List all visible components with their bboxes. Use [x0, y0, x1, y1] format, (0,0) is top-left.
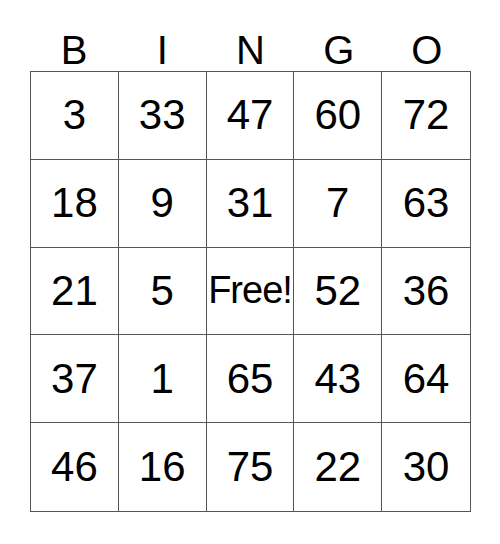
cell-r3c5[interactable]: 36 — [382, 248, 470, 336]
cell-r2c5[interactable]: 63 — [382, 160, 470, 248]
bingo-card: B I N G O 3 33 47 60 72 18 9 31 7 63 21 … — [0, 0, 500, 544]
header-letter-i: I — [118, 0, 206, 71]
cell-r5c3[interactable]: 75 — [207, 423, 295, 511]
bingo-header: B I N G O — [30, 0, 471, 71]
header-letter-n: N — [206, 0, 294, 71]
cell-r4c2[interactable]: 1 — [119, 335, 207, 423]
free-cell[interactable]: Free! — [207, 248, 295, 336]
cell-r4c3[interactable]: 65 — [207, 335, 295, 423]
cell-r3c4[interactable]: 52 — [294, 248, 382, 336]
cell-r5c5[interactable]: 30 — [382, 423, 470, 511]
cell-r3c2[interactable]: 5 — [119, 248, 207, 336]
cell-r2c2[interactable]: 9 — [119, 160, 207, 248]
cell-r1c4[interactable]: 60 — [294, 72, 382, 160]
cell-r3c1[interactable]: 21 — [31, 248, 119, 336]
cell-r1c2[interactable]: 33 — [119, 72, 207, 160]
header-letter-b: B — [30, 0, 118, 71]
cell-r2c3[interactable]: 31 — [207, 160, 295, 248]
cell-r2c1[interactable]: 18 — [31, 160, 119, 248]
bingo-grid: 3 33 47 60 72 18 9 31 7 63 21 5 Free! 52… — [30, 71, 471, 512]
cell-r5c4[interactable]: 22 — [294, 423, 382, 511]
cell-r4c5[interactable]: 64 — [382, 335, 470, 423]
cell-r5c2[interactable]: 16 — [119, 423, 207, 511]
cell-r2c4[interactable]: 7 — [294, 160, 382, 248]
cell-r1c5[interactable]: 72 — [382, 72, 470, 160]
cell-r5c1[interactable]: 46 — [31, 423, 119, 511]
header-letter-g: G — [295, 0, 383, 71]
cell-r1c1[interactable]: 3 — [31, 72, 119, 160]
cell-r1c3[interactable]: 47 — [207, 72, 295, 160]
cell-r4c1[interactable]: 37 — [31, 335, 119, 423]
cell-r4c4[interactable]: 43 — [294, 335, 382, 423]
header-letter-o: O — [383, 0, 471, 71]
